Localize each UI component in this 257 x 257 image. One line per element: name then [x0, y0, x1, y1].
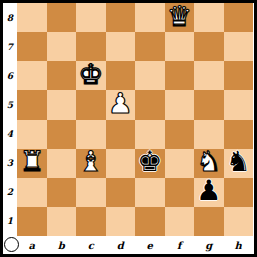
square-c2[interactable] [76, 178, 106, 207]
square-e2[interactable] [135, 178, 165, 207]
rank-labels: 87654321 [3, 3, 17, 236]
piece-white-queen[interactable]: ♛ [167, 3, 192, 31]
square-a3[interactable]: ♜ [17, 149, 47, 178]
square-a2[interactable] [17, 178, 47, 207]
square-e6[interactable] [135, 61, 165, 90]
square-f5[interactable] [165, 90, 195, 119]
file-label-b: b [47, 236, 77, 254]
square-b7[interactable] [47, 32, 77, 61]
square-d7[interactable] [106, 32, 136, 61]
square-b1[interactable] [47, 207, 77, 236]
rank-label-5: 5 [3, 90, 17, 119]
square-a6[interactable] [17, 61, 47, 90]
square-e5[interactable] [135, 90, 165, 119]
square-g7[interactable] [194, 32, 224, 61]
rank-label-6: 6 [3, 61, 17, 90]
piece-white-bishop[interactable]: ♝ [78, 148, 103, 176]
square-b6[interactable] [47, 61, 77, 90]
square-a8[interactable] [17, 3, 47, 32]
square-c5[interactable] [76, 90, 106, 119]
square-c1[interactable] [76, 207, 106, 236]
square-g8[interactable] [194, 3, 224, 32]
square-f2[interactable] [165, 178, 195, 207]
square-h8[interactable] [224, 3, 254, 32]
square-h6[interactable] [224, 61, 254, 90]
square-f8[interactable]: ♛ [165, 3, 195, 32]
square-e8[interactable] [135, 3, 165, 32]
square-d8[interactable] [106, 3, 136, 32]
rank-label-7: 7 [3, 32, 17, 61]
square-f6[interactable] [165, 61, 195, 90]
piece-white-knight[interactable]: ♞ [196, 148, 221, 176]
square-d4[interactable] [106, 120, 136, 149]
chess-board: ♛♚♟♜♝♚♞♞♟ [17, 3, 253, 236]
file-label-h: h [224, 236, 254, 254]
square-e7[interactable] [135, 32, 165, 61]
square-b2[interactable] [47, 178, 77, 207]
rank-label-2: 2 [3, 178, 17, 207]
square-d5[interactable]: ♟ [106, 90, 136, 119]
file-label-f: f [165, 236, 195, 254]
rank-label-1: 1 [3, 207, 17, 236]
square-h5[interactable] [224, 90, 254, 119]
square-c8[interactable] [76, 3, 106, 32]
piece-black-king[interactable]: ♚ [137, 148, 162, 176]
piece-white-king[interactable]: ♚ [78, 61, 103, 89]
square-e3[interactable]: ♚ [135, 149, 165, 178]
square-g5[interactable] [194, 90, 224, 119]
square-d1[interactable] [106, 207, 136, 236]
square-d2[interactable] [106, 178, 136, 207]
square-h2[interactable] [224, 178, 254, 207]
chess-diagram: ♛♚♟♜♝♚♞♞♟ 87654321 abcdefgh [0, 0, 257, 257]
side-to-move-white-circle-icon [4, 237, 19, 252]
piece-black-pawn[interactable]: ♟ [196, 177, 221, 205]
square-h3[interactable]: ♞ [224, 149, 254, 178]
rank-label-4: 4 [3, 120, 17, 149]
square-b4[interactable] [47, 120, 77, 149]
piece-black-knight[interactable]: ♞ [226, 148, 251, 176]
file-label-c: c [76, 236, 106, 254]
square-f7[interactable] [165, 32, 195, 61]
rank-label-8: 8 [3, 3, 17, 32]
square-c3[interactable]: ♝ [76, 149, 106, 178]
square-h7[interactable] [224, 32, 254, 61]
rank-label-3: 3 [3, 149, 17, 178]
square-c6[interactable]: ♚ [76, 61, 106, 90]
file-labels: abcdefgh [17, 236, 253, 254]
file-label-d: d [106, 236, 136, 254]
square-h1[interactable] [224, 207, 254, 236]
file-label-e: e [135, 236, 165, 254]
piece-white-pawn[interactable]: ♟ [108, 90, 133, 118]
square-a1[interactable] [17, 207, 47, 236]
square-a7[interactable] [17, 32, 47, 61]
square-b5[interactable] [47, 90, 77, 119]
file-label-g: g [194, 236, 224, 254]
piece-white-rook[interactable]: ♜ [19, 148, 44, 176]
square-b3[interactable] [47, 149, 77, 178]
square-g2[interactable]: ♟ [194, 178, 224, 207]
square-d3[interactable] [106, 149, 136, 178]
square-f3[interactable] [165, 149, 195, 178]
square-a5[interactable] [17, 90, 47, 119]
square-g6[interactable] [194, 61, 224, 90]
square-f1[interactable] [165, 207, 195, 236]
square-f4[interactable] [165, 120, 195, 149]
square-g1[interactable] [194, 207, 224, 236]
square-e1[interactable] [135, 207, 165, 236]
file-label-a: a [17, 236, 47, 254]
square-b8[interactable] [47, 3, 77, 32]
